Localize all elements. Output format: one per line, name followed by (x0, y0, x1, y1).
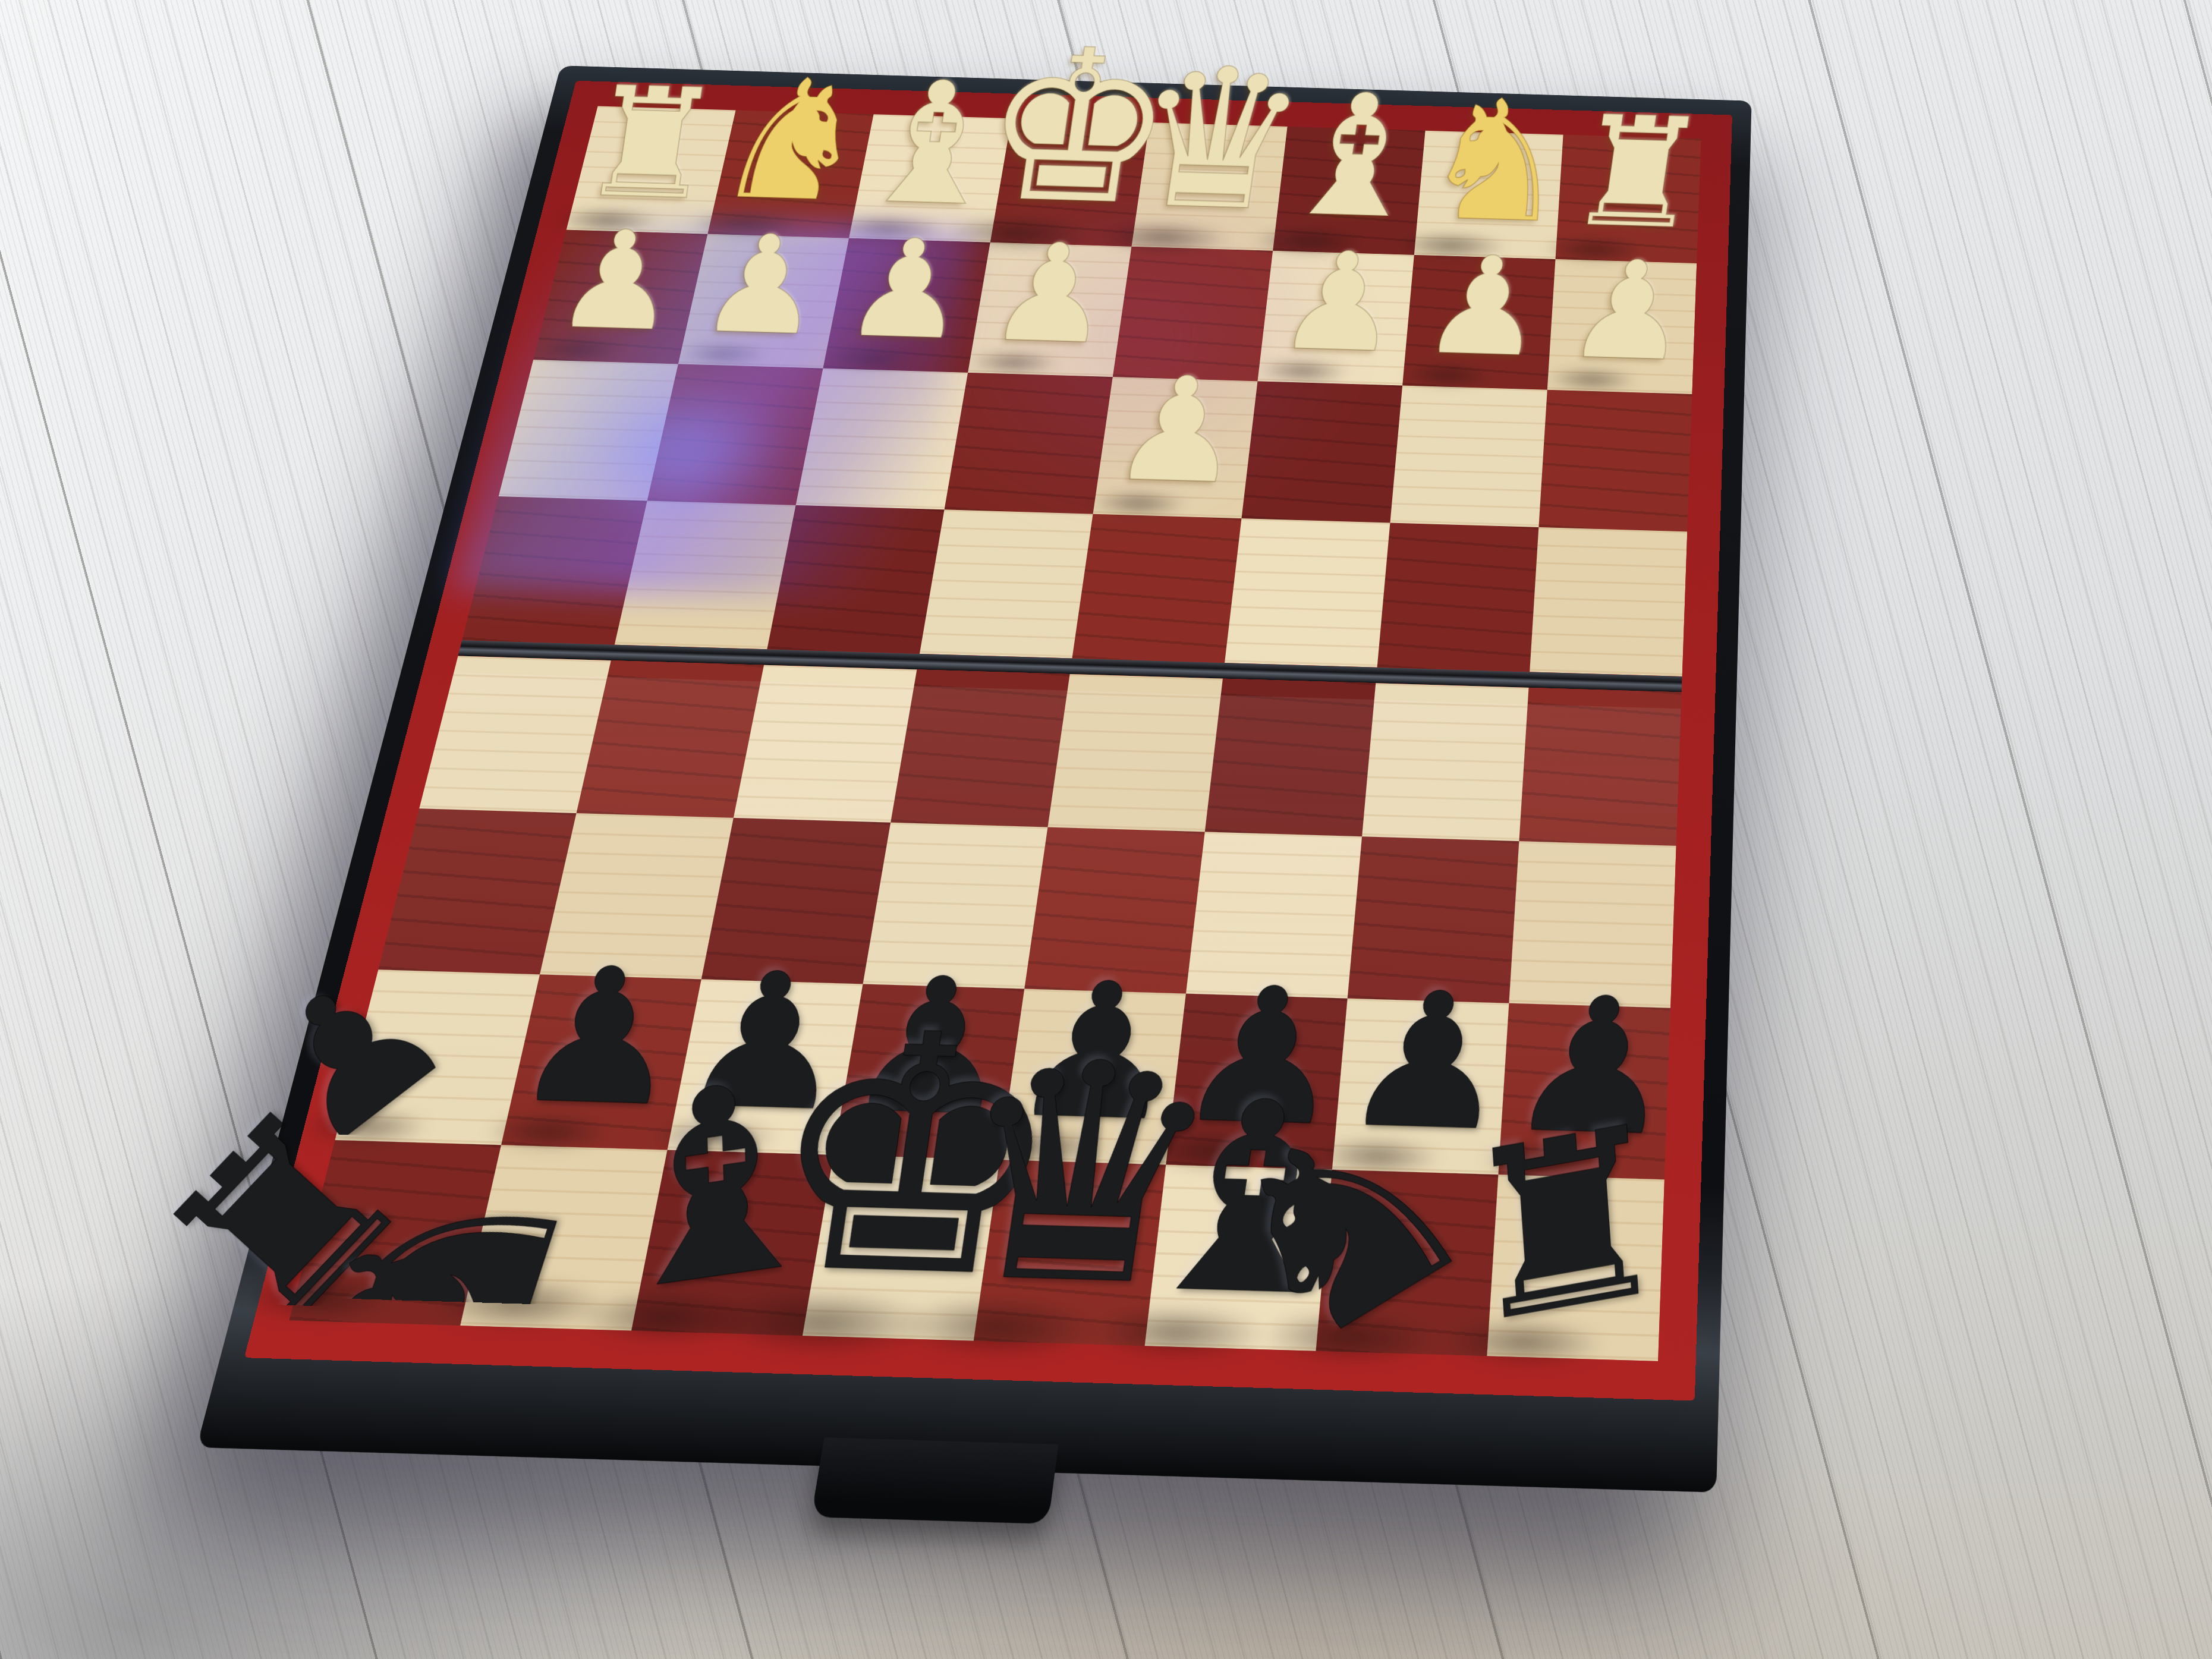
white-pawn-glyph: ♟ (1415, 238, 1556, 376)
white-pawn-glyph: ♟ (837, 221, 978, 359)
board-frame: ♜♞♝♚♛♝♞♜♟♟♟♟♟♟♟♟♟♟♟♟♟♟♟♟♜♞♝♚♛♝♞♜ (197, 65, 1752, 1493)
black-rook-glyph: ♜ (1451, 1090, 1681, 1359)
black-knight-glyph: ♞ (287, 1136, 609, 1415)
board-latch-tab (811, 1437, 1058, 1524)
white-pawn-glyph: ♟ (981, 225, 1122, 363)
white-rook-glyph: ♜ (572, 66, 730, 221)
board-red-border: ♜♞♝♚♛♝♞♜♟♟♟♟♟♟♟♟♟♟♟♟♟♟♟♟♜♞♝♚♛♝♞♜ (244, 81, 1732, 1401)
white-pawn-glyph: ♟ (548, 212, 689, 350)
chess-board-placement: ♜♞♝♚♛♝♞♜♟♟♟♟♟♟♟♟♟♟♟♟♟♟♟♟♜♞♝♚♛♝♞♜ (523, 83, 1790, 1417)
white-pawn-glyph: ♟ (1559, 242, 1700, 380)
white-rook-glyph: ♜ (1559, 95, 1717, 250)
white-knight-glyph: ♞ (1411, 77, 1584, 247)
pieces-layer: ♜♞♝♚♛♝♞♜♟♟♟♟♟♟♟♟♟♟♟♟♟♟♟♟♜♞♝♚♛♝♞♜ (289, 106, 1701, 1361)
scene: ♜♞♝♚♛♝♞♜♟♟♟♟♟♟♟♟♟♟♟♟♟♟♟♟♜♞♝♚♛♝♞♜ (0, 0, 2212, 1659)
white-pawn-glyph: ♟ (1104, 357, 1254, 505)
white-pawn-glyph: ♟ (693, 216, 833, 355)
white-pawn-glyph: ♟ (1270, 233, 1411, 372)
